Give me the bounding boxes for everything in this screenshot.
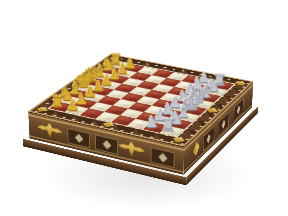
inlay-panel	[234, 98, 244, 122]
brass-diamond-ornament	[193, 142, 200, 156]
brass-clasp-icon	[118, 139, 145, 160]
brass-diamond-ornament	[207, 108, 218, 113]
inlay-panel	[219, 112, 229, 136]
chess-set-photo: ♜♟♟♜♞♟♟♞♝♟♟♝♛♟♟♛♚♟♟♚♝♟♟♝♞♟♟♞♜♟♟♜	[0, 0, 288, 216]
brass-clasp-icon	[37, 120, 63, 140]
inlay-panel	[151, 147, 175, 168]
inlay-panel	[67, 128, 90, 148]
brass-diamond-ornament	[173, 137, 185, 142]
silver-rook[interactable]: ♜	[155, 117, 182, 134]
inlay-panel	[95, 134, 118, 155]
square[interactable]: ♜	[160, 126, 184, 137]
gold-pawn[interactable]: ♟	[60, 98, 86, 113]
chess-box: ♜♟♟♜♞♟♟♞♝♟♟♝♛♟♟♛♚♟♟♚♝♟♟♝♞♟♟♞♜♟♟♜	[28, 54, 253, 146]
brass-diamond-ornament	[235, 81, 246, 85]
